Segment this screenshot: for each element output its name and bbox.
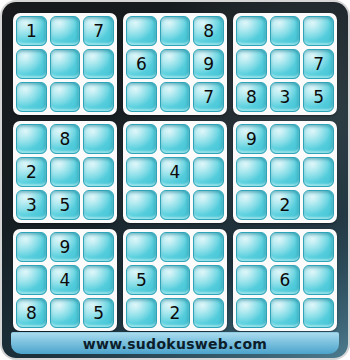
cell-r5c9[interactable] bbox=[303, 157, 334, 187]
board-frame: 178697783582354929485526 www.sudokusweb.… bbox=[2, 2, 348, 358]
cell-r9c9[interactable] bbox=[303, 298, 334, 328]
cell-r4c2[interactable]: 8 bbox=[50, 124, 81, 154]
cell-r1c7[interactable] bbox=[236, 16, 267, 46]
cell-r1c9[interactable] bbox=[303, 16, 334, 46]
cell-r3c3[interactable] bbox=[83, 82, 114, 112]
cell-r9c1[interactable]: 8 bbox=[16, 298, 47, 328]
cell-r2c3[interactable] bbox=[83, 49, 114, 79]
cell-r5c4[interactable] bbox=[126, 157, 157, 187]
cell-r9c4[interactable] bbox=[126, 298, 157, 328]
cell-r7c1[interactable] bbox=[16, 232, 47, 262]
sudoku-screenshot: 178697783582354929485526 www.sudokusweb.… bbox=[0, 0, 350, 360]
cell-r7c3[interactable] bbox=[83, 232, 114, 262]
cell-r6c4[interactable] bbox=[126, 190, 157, 220]
cell-r8c7[interactable] bbox=[236, 265, 267, 295]
cell-r3c6[interactable]: 7 bbox=[193, 82, 224, 112]
cell-r6c7[interactable] bbox=[236, 190, 267, 220]
cell-r2c8[interactable] bbox=[270, 49, 301, 79]
cell-r6c1[interactable]: 3 bbox=[16, 190, 47, 220]
cell-r5c3[interactable] bbox=[83, 157, 114, 187]
cell-r7c8[interactable] bbox=[270, 232, 301, 262]
cell-r7c2[interactable]: 9 bbox=[50, 232, 81, 262]
cell-r1c2[interactable] bbox=[50, 16, 81, 46]
cell-r1c1[interactable]: 1 bbox=[16, 16, 47, 46]
cell-r4c7[interactable]: 9 bbox=[236, 124, 267, 154]
box-r1c1: 17 bbox=[13, 13, 117, 115]
cell-r5c1[interactable]: 2 bbox=[16, 157, 47, 187]
cell-r7c4[interactable] bbox=[126, 232, 157, 262]
cell-r7c7[interactable] bbox=[236, 232, 267, 262]
cell-r6c8[interactable]: 2 bbox=[270, 190, 301, 220]
box-r3c2: 52 bbox=[123, 229, 227, 331]
cell-r5c7[interactable] bbox=[236, 157, 267, 187]
cell-r5c2[interactable] bbox=[50, 157, 81, 187]
cell-r9c5[interactable]: 2 bbox=[160, 298, 191, 328]
cell-r1c3[interactable]: 7 bbox=[83, 16, 114, 46]
box-r2c1: 8235 bbox=[13, 121, 117, 223]
cell-r3c7[interactable]: 8 bbox=[236, 82, 267, 112]
box-r1c2: 8697 bbox=[123, 13, 227, 115]
cell-r4c8[interactable] bbox=[270, 124, 301, 154]
cell-r6c2[interactable]: 5 bbox=[50, 190, 81, 220]
footer-bar: www.sudokusweb.com bbox=[11, 332, 339, 354]
cell-r4c6[interactable] bbox=[193, 124, 224, 154]
cell-r2c1[interactable] bbox=[16, 49, 47, 79]
box-r3c3: 6 bbox=[233, 229, 337, 331]
box-r3c1: 9485 bbox=[13, 229, 117, 331]
cell-r2c9[interactable]: 7 bbox=[303, 49, 334, 79]
cell-r2c4[interactable]: 6 bbox=[126, 49, 157, 79]
cell-r5c6[interactable] bbox=[193, 157, 224, 187]
cell-r2c2[interactable] bbox=[50, 49, 81, 79]
cell-r4c1[interactable] bbox=[16, 124, 47, 154]
cell-r3c5[interactable] bbox=[160, 82, 191, 112]
cell-r1c5[interactable] bbox=[160, 16, 191, 46]
cell-r7c5[interactable] bbox=[160, 232, 191, 262]
cell-r7c6[interactable] bbox=[193, 232, 224, 262]
sudoku-board: 178697783582354929485526 bbox=[13, 13, 337, 331]
box-r2c3: 92 bbox=[233, 121, 337, 223]
cell-r8c8[interactable]: 6 bbox=[270, 265, 301, 295]
cell-r8c4[interactable]: 5 bbox=[126, 265, 157, 295]
cell-r3c2[interactable] bbox=[50, 82, 81, 112]
cell-r3c1[interactable] bbox=[16, 82, 47, 112]
cell-r6c9[interactable] bbox=[303, 190, 334, 220]
cell-r8c1[interactable] bbox=[16, 265, 47, 295]
cell-r3c4[interactable] bbox=[126, 82, 157, 112]
cell-r1c6[interactable]: 8 bbox=[193, 16, 224, 46]
cell-r4c9[interactable] bbox=[303, 124, 334, 154]
cell-r4c5[interactable] bbox=[160, 124, 191, 154]
box-r2c2: 4 bbox=[123, 121, 227, 223]
website-link[interactable]: www.sudokusweb.com bbox=[83, 336, 267, 352]
cell-r6c3[interactable] bbox=[83, 190, 114, 220]
cell-r8c6[interactable] bbox=[193, 265, 224, 295]
cell-r9c3[interactable]: 5 bbox=[83, 298, 114, 328]
cell-r6c5[interactable] bbox=[160, 190, 191, 220]
cell-r2c6[interactable]: 9 bbox=[193, 49, 224, 79]
cell-r7c9[interactable] bbox=[303, 232, 334, 262]
cell-r4c4[interactable] bbox=[126, 124, 157, 154]
cell-r8c5[interactable] bbox=[160, 265, 191, 295]
cell-r1c8[interactable] bbox=[270, 16, 301, 46]
cell-r9c6[interactable] bbox=[193, 298, 224, 328]
cell-r1c4[interactable] bbox=[126, 16, 157, 46]
cell-r4c3[interactable] bbox=[83, 124, 114, 154]
cell-r8c9[interactable] bbox=[303, 265, 334, 295]
cell-r3c8[interactable]: 3 bbox=[270, 82, 301, 112]
cell-r6c6[interactable] bbox=[193, 190, 224, 220]
cell-r9c2[interactable] bbox=[50, 298, 81, 328]
cell-r8c3[interactable] bbox=[83, 265, 114, 295]
cell-r2c5[interactable] bbox=[160, 49, 191, 79]
box-r1c3: 7835 bbox=[233, 13, 337, 115]
cell-r9c7[interactable] bbox=[236, 298, 267, 328]
cell-r8c2[interactable]: 4 bbox=[50, 265, 81, 295]
cell-r3c9[interactable]: 5 bbox=[303, 82, 334, 112]
cell-r9c8[interactable] bbox=[270, 298, 301, 328]
cell-r5c5[interactable]: 4 bbox=[160, 157, 191, 187]
cell-r2c7[interactable] bbox=[236, 49, 267, 79]
cell-r5c8[interactable] bbox=[270, 157, 301, 187]
